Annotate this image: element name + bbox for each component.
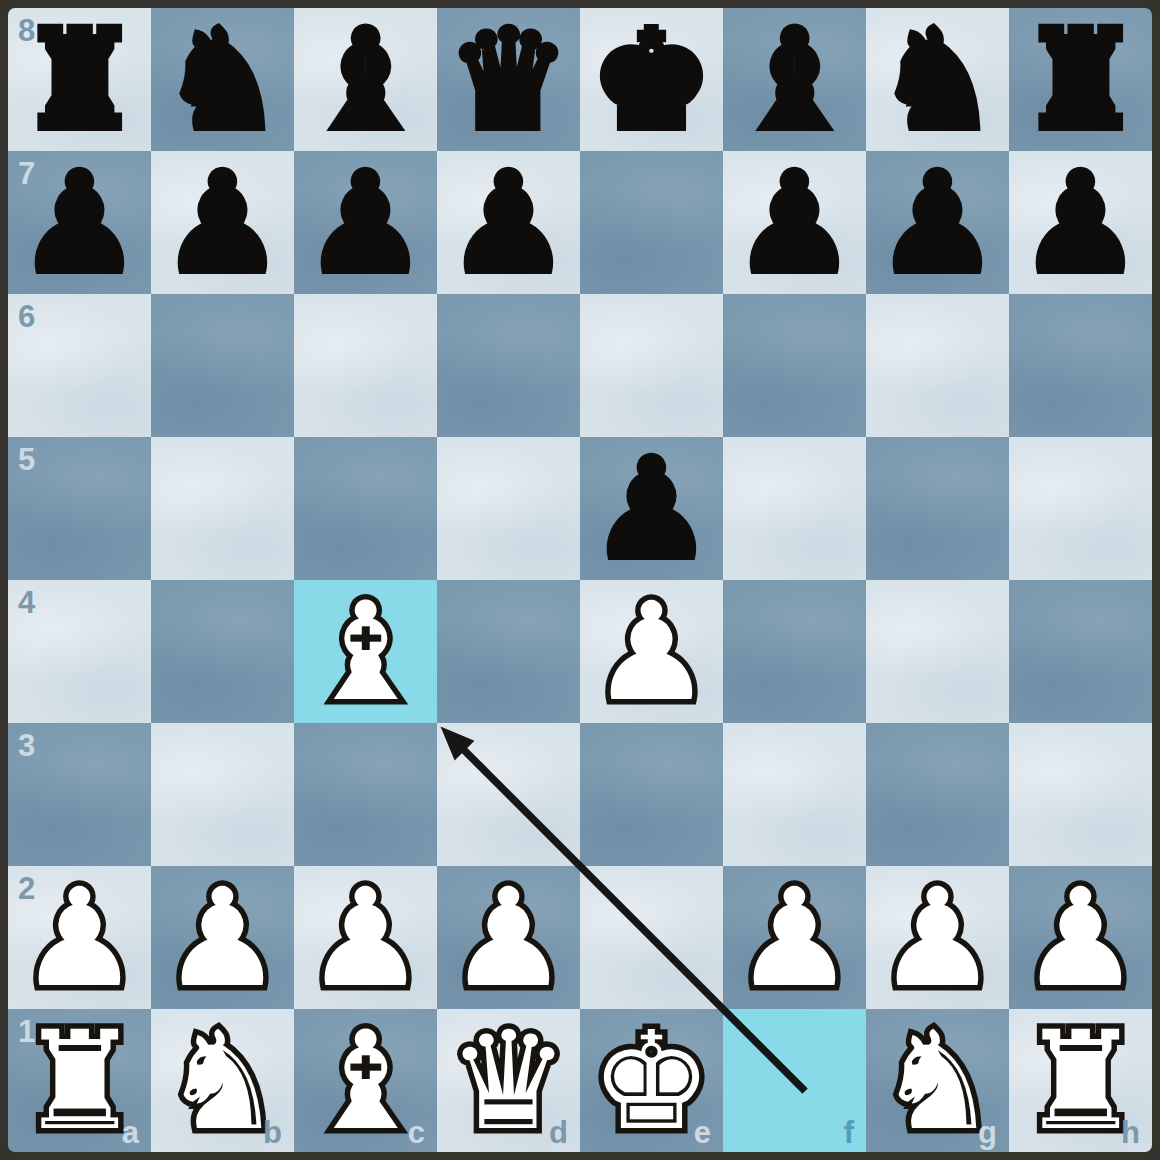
square-h6[interactable] xyxy=(1009,294,1152,437)
square-f1[interactable]: f xyxy=(723,1009,866,1152)
black-pawn-f7[interactable]: ♟♟ xyxy=(723,151,866,294)
file-label-g: g xyxy=(978,1115,997,1151)
square-g5[interactable] xyxy=(866,437,1009,580)
white-pawn-d2[interactable]: ♟♟ xyxy=(437,866,580,1009)
square-a1[interactable]: 1a♜♜ xyxy=(8,1009,151,1152)
square-a7[interactable]: 7♟♟ xyxy=(8,151,151,294)
square-a5[interactable]: 5 xyxy=(8,437,151,580)
square-e5[interactable]: ♟♟ xyxy=(580,437,723,580)
black-queen-d8[interactable]: ♛♛ xyxy=(437,8,580,151)
square-h3[interactable] xyxy=(1009,723,1152,866)
square-h2[interactable]: ♟♟ xyxy=(1009,866,1152,1009)
black-rook-glyph: ♜ xyxy=(1009,8,1152,151)
square-d7[interactable]: ♟♟ xyxy=(437,151,580,294)
square-a8[interactable]: 8♜♜ xyxy=(8,8,151,151)
square-h5[interactable] xyxy=(1009,437,1152,580)
black-pawn-glyph: ♟ xyxy=(294,151,437,294)
white-pawn-glyph: ♟ xyxy=(151,866,294,1009)
square-b1[interactable]: b♞♞ xyxy=(151,1009,294,1152)
square-d1[interactable]: d♛♛ xyxy=(437,1009,580,1152)
square-d4[interactable] xyxy=(437,580,580,723)
square-g6[interactable] xyxy=(866,294,1009,437)
black-knight-b8[interactable]: ♞♞ xyxy=(151,8,294,151)
white-pawn-glyph: ♟ xyxy=(437,866,580,1009)
square-c2[interactable]: ♟♟ xyxy=(294,866,437,1009)
square-h8[interactable]: ♜♜ xyxy=(1009,8,1152,151)
square-c3[interactable] xyxy=(294,723,437,866)
rank-label-2: 2 xyxy=(18,871,35,907)
white-pawn-c2[interactable]: ♟♟ xyxy=(294,866,437,1009)
rank-label-8: 8 xyxy=(18,13,35,49)
white-pawn-b2[interactable]: ♟♟ xyxy=(151,866,294,1009)
board-frame: 8♜♜♞♞♝♝♛♛♚♚♝♝♞♞♜♜7♟♟♟♟♟♟♟♟♟♟♟♟♟♟65♟♟4♝♝♟… xyxy=(0,0,1160,1160)
square-g7[interactable]: ♟♟ xyxy=(866,151,1009,294)
square-d5[interactable] xyxy=(437,437,580,580)
white-pawn-h2[interactable]: ♟♟ xyxy=(1009,866,1152,1009)
black-pawn-c7[interactable]: ♟♟ xyxy=(294,151,437,294)
square-f5[interactable] xyxy=(723,437,866,580)
white-bishop-c4[interactable]: ♝♝ xyxy=(294,580,437,723)
black-knight-glyph: ♞ xyxy=(866,8,1009,151)
square-c7[interactable]: ♟♟ xyxy=(294,151,437,294)
file-label-f: f xyxy=(844,1115,854,1151)
rank-label-5: 5 xyxy=(18,442,35,478)
square-a6[interactable]: 6 xyxy=(8,294,151,437)
black-pawn-glyph: ♟ xyxy=(580,437,723,580)
black-king-e8[interactable]: ♚♚ xyxy=(580,8,723,151)
square-f4[interactable] xyxy=(723,580,866,723)
chess-board: 8♜♜♞♞♝♝♛♛♚♚♝♝♞♞♜♜7♟♟♟♟♟♟♟♟♟♟♟♟♟♟65♟♟4♝♝♟… xyxy=(8,8,1152,1152)
square-e4[interactable]: ♟♟ xyxy=(580,580,723,723)
file-label-c: c xyxy=(408,1115,425,1151)
file-label-h: h xyxy=(1121,1115,1140,1151)
black-pawn-h7[interactable]: ♟♟ xyxy=(1009,151,1152,294)
rank-label-4: 4 xyxy=(18,585,35,621)
file-label-b: b xyxy=(263,1115,282,1151)
square-c1[interactable]: c♝♝ xyxy=(294,1009,437,1152)
square-h7[interactable]: ♟♟ xyxy=(1009,151,1152,294)
white-bishop-glyph: ♝ xyxy=(294,580,437,723)
square-c4[interactable]: ♝♝ xyxy=(294,580,437,723)
black-pawn-g7[interactable]: ♟♟ xyxy=(866,151,1009,294)
square-c5[interactable] xyxy=(294,437,437,580)
black-pawn-glyph: ♟ xyxy=(151,151,294,294)
square-b8[interactable]: ♞♞ xyxy=(151,8,294,151)
rank-label-3: 3 xyxy=(18,728,35,764)
rank-label-6: 6 xyxy=(18,299,35,335)
black-pawn-glyph: ♟ xyxy=(1009,151,1152,294)
white-pawn-f2[interactable]: ♟♟ xyxy=(723,866,866,1009)
square-a2[interactable]: 2♟♟ xyxy=(8,866,151,1009)
white-pawn-glyph: ♟ xyxy=(1009,866,1152,1009)
square-e1[interactable]: e♚♚ xyxy=(580,1009,723,1152)
white-pawn-glyph: ♟ xyxy=(580,580,723,723)
square-e3[interactable] xyxy=(580,723,723,866)
square-g8[interactable]: ♞♞ xyxy=(866,8,1009,151)
black-pawn-glyph: ♟ xyxy=(437,151,580,294)
white-pawn-glyph: ♟ xyxy=(723,866,866,1009)
white-pawn-g2[interactable]: ♟♟ xyxy=(866,866,1009,1009)
black-bishop-f8[interactable]: ♝♝ xyxy=(723,8,866,151)
square-e8[interactable]: ♚♚ xyxy=(580,8,723,151)
square-b7[interactable]: ♟♟ xyxy=(151,151,294,294)
square-b6[interactable] xyxy=(151,294,294,437)
file-label-a: a xyxy=(122,1115,139,1151)
black-knight-glyph: ♞ xyxy=(151,8,294,151)
square-c6[interactable] xyxy=(294,294,437,437)
black-rook-h8[interactable]: ♜♜ xyxy=(1009,8,1152,151)
square-d3[interactable] xyxy=(437,723,580,866)
square-f2[interactable]: ♟♟ xyxy=(723,866,866,1009)
square-c8[interactable]: ♝♝ xyxy=(294,8,437,151)
square-g4[interactable] xyxy=(866,580,1009,723)
rank-label-1: 1 xyxy=(18,1014,35,1050)
square-f7[interactable]: ♟♟ xyxy=(723,151,866,294)
white-pawn-glyph: ♟ xyxy=(294,866,437,1009)
square-e2[interactable] xyxy=(580,866,723,1009)
square-f6[interactable] xyxy=(723,294,866,437)
black-pawn-glyph: ♟ xyxy=(866,151,1009,294)
black-pawn-glyph: ♟ xyxy=(723,151,866,294)
square-f8[interactable]: ♝♝ xyxy=(723,8,866,151)
rank-label-7: 7 xyxy=(18,156,35,192)
white-pawn-glyph: ♟ xyxy=(866,866,1009,1009)
square-a4[interactable]: 4 xyxy=(8,580,151,723)
square-a3[interactable]: 3 xyxy=(8,723,151,866)
square-g1[interactable]: g♞♞ xyxy=(866,1009,1009,1152)
square-e6[interactable] xyxy=(580,294,723,437)
square-e7[interactable] xyxy=(580,151,723,294)
square-h1[interactable]: h♜♜ xyxy=(1009,1009,1152,1152)
square-g2[interactable]: ♟♟ xyxy=(866,866,1009,1009)
black-bishop-glyph: ♝ xyxy=(723,8,866,151)
black-king-glyph: ♚ xyxy=(580,8,723,151)
square-g3[interactable] xyxy=(866,723,1009,866)
square-b3[interactable] xyxy=(151,723,294,866)
black-pawn-b7[interactable]: ♟♟ xyxy=(151,151,294,294)
square-b2[interactable]: ♟♟ xyxy=(151,866,294,1009)
black-queen-glyph: ♛ xyxy=(437,8,580,151)
square-b4[interactable] xyxy=(151,580,294,723)
square-d2[interactable]: ♟♟ xyxy=(437,866,580,1009)
black-bishop-glyph: ♝ xyxy=(294,8,437,151)
square-d6[interactable] xyxy=(437,294,580,437)
file-label-e: e xyxy=(694,1115,711,1151)
square-f3[interactable] xyxy=(723,723,866,866)
square-h4[interactable] xyxy=(1009,580,1152,723)
black-pawn-e5[interactable]: ♟♟ xyxy=(580,437,723,580)
square-b5[interactable] xyxy=(151,437,294,580)
square-d8[interactable]: ♛♛ xyxy=(437,8,580,151)
black-pawn-d7[interactable]: ♟♟ xyxy=(437,151,580,294)
black-bishop-c8[interactable]: ♝♝ xyxy=(294,8,437,151)
black-knight-g8[interactable]: ♞♞ xyxy=(866,8,1009,151)
file-label-d: d xyxy=(549,1115,568,1151)
white-pawn-e4[interactable]: ♟♟ xyxy=(580,580,723,723)
